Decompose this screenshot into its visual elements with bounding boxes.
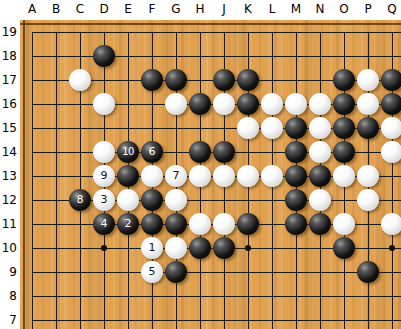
stone-black-d18[interactable] [93,45,115,67]
row-label-16: 16 [0,96,17,112]
stone-black-o15[interactable] [333,117,355,139]
stone-black-d11-move-4[interactable]: 4 [93,213,115,235]
stone-white-l15[interactable] [261,117,283,139]
stone-white-f13[interactable] [141,165,163,187]
stone-black-j14[interactable] [213,141,235,163]
stone-white-d16[interactable] [93,93,115,115]
col-label-M: M [284,2,308,16]
star-point-q10 [389,245,395,251]
col-label-Q: Q [380,2,401,16]
row-label-15: 15 [0,120,17,136]
row-label-12: 12 [0,192,17,208]
stone-white-l13[interactable] [261,165,283,187]
stone-white-q15[interactable] [381,117,401,139]
grid-hline-8 [32,296,401,297]
grid-hline-18 [32,56,401,57]
stone-white-n15[interactable] [309,117,331,139]
stone-black-n13[interactable] [309,165,331,187]
stone-white-l16[interactable] [261,93,283,115]
stone-black-p9[interactable] [357,261,379,283]
col-label-A: A [20,2,44,16]
star-point-d10 [101,245,107,251]
stone-white-p12[interactable] [357,189,379,211]
stone-white-f9-move-5[interactable]: 5 [141,261,163,283]
stone-black-g9[interactable] [165,261,187,283]
stone-white-n12[interactable] [309,189,331,211]
stone-black-m12[interactable] [285,189,307,211]
grid-hline-19 [32,32,401,33]
stone-black-g17[interactable] [165,69,187,91]
stone-black-q17[interactable] [381,69,401,91]
stone-black-e11-move-2[interactable]: 2 [117,213,139,235]
stone-white-g10[interactable] [165,237,187,259]
grid-vline-B [56,32,57,329]
stone-black-q16[interactable] [381,93,401,115]
stone-white-p17[interactable] [357,69,379,91]
col-label-K: K [236,2,260,16]
stone-white-e12[interactable] [117,189,139,211]
stone-white-d12-move-3[interactable]: 3 [93,189,115,211]
stone-black-f12[interactable] [141,189,163,211]
stone-white-k15[interactable] [237,117,259,139]
stone-black-m14[interactable] [285,141,307,163]
stone-white-p13[interactable] [357,165,379,187]
col-label-P: P [356,2,380,16]
stone-black-e14-move-10[interactable]: 10 [117,141,139,163]
row-label-7: 7 [0,312,17,328]
stone-black-j17[interactable] [213,69,235,91]
stone-white-o11[interactable] [333,213,355,235]
stone-black-k16[interactable] [237,93,259,115]
col-label-J: J [212,2,236,16]
stone-black-f11[interactable] [141,213,163,235]
stone-black-f14-move-6[interactable]: 6 [141,141,163,163]
stone-black-g11[interactable] [165,213,187,235]
stone-black-f17[interactable] [141,69,163,91]
row-label-17: 17 [0,72,17,88]
stone-black-h14[interactable] [189,141,211,163]
board-left-edge [23,20,25,329]
stone-white-j13[interactable] [213,165,235,187]
stone-white-k13[interactable] [237,165,259,187]
stone-black-m11[interactable] [285,213,307,235]
col-label-G: G [164,2,188,16]
row-label-18: 18 [0,48,17,64]
stone-white-n16[interactable] [309,93,331,115]
stone-white-n14[interactable] [309,141,331,163]
stone-white-f10-move-1[interactable]: 1 [141,237,163,259]
stone-white-q11[interactable] [381,213,401,235]
col-label-B: B [44,2,68,16]
stone-white-g13-move-7[interactable]: 7 [165,165,187,187]
stone-white-d13-move-9[interactable]: 9 [93,165,115,187]
stone-white-j11[interactable] [213,213,235,235]
stone-white-g12[interactable] [165,189,187,211]
stone-black-p15[interactable] [357,117,379,139]
stone-white-g16[interactable] [165,93,187,115]
grid-hline-7 [32,320,401,321]
stone-white-c17[interactable] [69,69,91,91]
stone-white-m16[interactable] [285,93,307,115]
stone-white-j16[interactable] [213,93,235,115]
stone-white-o13[interactable] [333,165,355,187]
stone-black-k11[interactable] [237,213,259,235]
stone-black-m13[interactable] [285,165,307,187]
col-label-F: F [140,2,164,16]
stone-black-m15[interactable] [285,117,307,139]
stone-black-j10[interactable] [213,237,235,259]
col-label-D: D [92,2,116,16]
row-label-9: 9 [0,264,17,280]
col-label-N: N [308,2,332,16]
col-label-C: C [68,2,92,16]
stone-black-h10[interactable] [189,237,211,259]
col-label-O: O [332,2,356,16]
stone-black-o17[interactable] [333,69,355,91]
stone-black-h16[interactable] [189,93,211,115]
go-board-diagram: ABCDEFGHJKLMNOPQ 19181716151413121110987… [0,0,401,329]
grid-vline-A [32,32,33,329]
row-label-19: 19 [0,24,17,40]
row-label-10: 10 [0,240,17,256]
row-label-14: 14 [0,144,17,160]
stone-black-c12-move-8[interactable]: 8 [69,189,91,211]
row-label-11: 11 [0,216,17,232]
stone-black-k17[interactable] [237,69,259,91]
row-label-13: 13 [0,168,17,184]
stone-white-h13[interactable] [189,165,211,187]
board-top-edge [20,23,401,25]
stone-black-n11[interactable] [309,213,331,235]
stone-white-q14[interactable] [381,141,401,163]
star-point-k10 [245,245,251,251]
row-label-8: 8 [0,288,17,304]
col-label-H: H [188,2,212,16]
stone-black-o14[interactable] [333,141,355,163]
stone-white-h11[interactable] [189,213,211,235]
col-label-L: L [260,2,284,16]
col-label-E: E [116,2,140,16]
stone-black-o10[interactable] [333,237,355,259]
stone-white-d14[interactable] [93,141,115,163]
stone-black-e13[interactable] [117,165,139,187]
stone-black-o16[interactable] [333,93,355,115]
grid-hline-9 [32,272,401,273]
stone-white-p16[interactable] [357,93,379,115]
